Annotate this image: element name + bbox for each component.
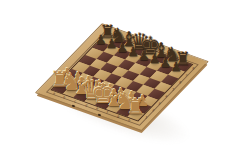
chess-set-photo: chess abcdefgh87654321 ♜♞♝♛♚♝♞♜♟♟♟♟♟♟♟♟♟…	[0, 0, 240, 150]
